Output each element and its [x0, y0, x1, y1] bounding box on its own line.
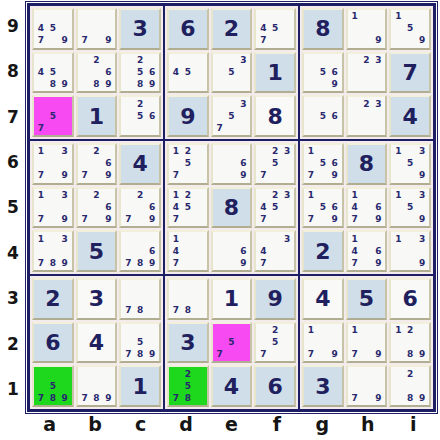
cell-i5[interactable]: 1359	[389, 187, 431, 229]
pencilmark-e8-9	[237, 78, 249, 90]
pencilmark-h2-1: 1	[349, 325, 361, 337]
cell-e2[interactable]: 57	[211, 322, 253, 364]
pencilmark-f2-3	[281, 325, 293, 337]
pencilmarks-h2: 179	[349, 325, 385, 361]
cell-e6[interactable]: 69	[211, 143, 253, 185]
cell-c5[interactable]: 2679	[119, 187, 161, 229]
pencilmark-f2-7: 7	[257, 348, 269, 360]
cell-c6[interactable]: 4	[119, 143, 161, 185]
given-digit-f8: 1	[256, 54, 294, 92]
pencilmarks-a1: 5789	[35, 368, 71, 404]
pencilmark-b5-3	[102, 190, 114, 202]
pencilmark-g7-2	[317, 98, 329, 110]
cell-h5[interactable]: 14679	[346, 187, 388, 229]
cell-b1[interactable]: 789	[76, 365, 118, 407]
cell-a8[interactable]: 4589	[32, 52, 74, 94]
pencilmarks-c2: 5789	[122, 325, 158, 361]
cell-i9[interactable]: 159	[389, 8, 431, 50]
cell-c2[interactable]: 5789	[119, 322, 161, 364]
pencilmark-i6-7	[392, 170, 404, 182]
pencilmark-c4-4	[122, 245, 134, 257]
cell-b9[interactable]: 79	[76, 8, 118, 50]
pencilmark-h8-4	[349, 67, 361, 79]
pencilmark-c2-6	[146, 337, 158, 349]
cell-d5[interactable]: 12457	[167, 187, 209, 229]
pencilmark-h7-9	[372, 122, 384, 134]
pencilmark-i2-5	[404, 337, 416, 349]
pencilmark-f4-3: 3	[281, 233, 293, 245]
pencilmark-h2-6	[372, 337, 384, 349]
pencilmarks-e6: 69	[214, 146, 250, 182]
pencilmark-b5-1	[79, 190, 91, 202]
cell-e8[interactable]: 35	[211, 52, 253, 94]
col-label-f: f	[254, 412, 299, 439]
pencilmark-d6-9	[194, 170, 206, 182]
given-digit-d7: 9	[169, 97, 207, 135]
pencilmark-g5-4	[305, 202, 317, 214]
row-label-8: 8	[0, 48, 26, 93]
pencilmark-a6-6	[59, 158, 71, 170]
cell-h3[interactable]: 5	[346, 278, 388, 320]
pencilmark-h7-8	[361, 122, 373, 134]
cell-d4[interactable]: 147	[167, 230, 209, 272]
pencilmark-a8-6	[59, 67, 71, 79]
pencilmark-g8-7	[305, 78, 317, 90]
pencilmark-c3-2	[134, 281, 146, 293]
pencilmark-d8-4: 4	[170, 67, 182, 79]
pencilmark-h1-2	[361, 368, 373, 380]
cell-c9[interactable]: 3	[119, 8, 161, 50]
pencilmark-a6-8	[47, 170, 59, 182]
pencilmark-a4-4	[35, 245, 47, 257]
pencilmark-d1-5: 5	[182, 380, 194, 392]
pencilmark-e8-7	[214, 78, 226, 90]
pencilmark-c5-5	[134, 202, 146, 214]
cell-f9[interactable]: 457	[254, 8, 296, 50]
pencilmark-a6-4	[35, 158, 47, 170]
pencilmark-d3-7: 7	[170, 305, 182, 317]
pencilmark-d8-9	[194, 78, 206, 90]
solved-digit-f7: 8	[256, 97, 294, 135]
pencilmark-b8-3	[102, 55, 114, 67]
cell-g8[interactable]: 569	[302, 52, 344, 94]
pencilmark-i4-3: 3	[416, 233, 428, 245]
pencilmark-g6-1: 1	[305, 146, 317, 158]
pencilmark-b5-9: 9	[102, 213, 114, 225]
pencilmarks-f5: 23457	[257, 190, 293, 226]
col-label-e: e	[209, 412, 254, 439]
pencilmark-h4-7: 7	[349, 257, 361, 269]
pencilmarks-a9: 4579	[35, 11, 71, 47]
pencilmark-f4-8	[269, 257, 281, 269]
pencilmark-d8-8	[182, 78, 194, 90]
pencilmark-a4-5	[47, 245, 59, 257]
pencilmark-g8-9: 9	[329, 78, 341, 90]
cell-g7[interactable]: 56	[302, 95, 344, 137]
pencilmark-a6-7: 7	[35, 170, 47, 182]
pencilmark-i1-7	[392, 392, 404, 404]
cell-c8[interactable]: 25689	[119, 52, 161, 94]
pencilmarks-b6: 2679	[79, 146, 115, 182]
cell-a5[interactable]: 1379	[32, 187, 74, 229]
col-label-a: a	[27, 412, 72, 439]
cell-f1[interactable]: 6	[254, 365, 296, 407]
pencilmark-d1-7: 7	[170, 392, 182, 404]
pencilmark-e6-6: 6	[237, 158, 249, 170]
pencilmark-c7-9	[146, 122, 158, 134]
pencilmarks-f2: 257	[257, 325, 293, 361]
pencilmark-h5-3	[372, 190, 384, 202]
pencilmarks-a8: 4589	[35, 55, 71, 91]
pencilmark-d6-6	[194, 158, 206, 170]
pencilmark-g8-4	[305, 67, 317, 79]
pencilmark-g7-7	[305, 122, 317, 134]
pencilmark-a5-9: 9	[59, 213, 71, 225]
cell-c4[interactable]: 6789	[119, 230, 161, 272]
cell-f4[interactable]: 347	[254, 230, 296, 272]
cell-d8[interactable]: 45	[167, 52, 209, 94]
pencilmark-i1-5	[404, 380, 416, 392]
pencilmarks-i9: 159	[392, 11, 428, 47]
pencilmark-g2-4	[305, 337, 317, 349]
pencilmark-c7-6: 6	[146, 110, 158, 122]
pencilmark-c4-6: 6	[146, 245, 158, 257]
solved-digit-g3: 4	[304, 280, 342, 318]
pencilmark-f5-9	[281, 213, 293, 225]
cell-a2[interactable]: 6	[32, 322, 74, 364]
pencilmark-d8-1	[170, 55, 182, 67]
pencilmark-c5-3	[146, 190, 158, 202]
cell-c1[interactable]: 1	[119, 365, 161, 407]
pencilmark-i4-6	[416, 245, 428, 257]
pencilmark-h4-8	[361, 257, 373, 269]
pencilmark-f6-9	[281, 170, 293, 182]
pencilmarks-b9: 79	[79, 11, 115, 47]
cell-b5[interactable]: 2679	[76, 187, 118, 229]
pencilmark-h8-6	[372, 67, 384, 79]
pencilmark-d1-3	[194, 368, 206, 380]
cell-d6[interactable]: 1257	[167, 143, 209, 185]
row-label-3: 3	[0, 276, 26, 321]
pencilmarks-i4: 139	[392, 233, 428, 269]
pencilmark-d8-7	[170, 78, 182, 90]
pencilmark-f4-7: 7	[257, 257, 269, 269]
pencilmark-i1-1	[392, 368, 404, 380]
pencilmark-g6-5: 5	[317, 158, 329, 170]
row-label-2: 2	[0, 321, 26, 366]
pencilmark-a6-3: 3	[59, 146, 71, 158]
cell-e3[interactable]: 1	[211, 278, 253, 320]
pencilmark-c2-8: 8	[134, 348, 146, 360]
cell-a1[interactable]: 5789	[32, 365, 74, 407]
cell-i6[interactable]: 1359	[389, 143, 431, 185]
pencilmark-c8-7	[122, 78, 134, 90]
pencilmark-d5-3	[194, 190, 206, 202]
pencilmark-a9-5: 5	[47, 23, 59, 35]
pencilmarks-d1: 2578	[170, 368, 206, 404]
sudoku-app: 987654321 457979345892689256895712566245…	[0, 0, 440, 440]
cell-d1[interactable]: 2578	[167, 365, 209, 407]
pencilmarks-c5: 2679	[122, 190, 158, 226]
pencilmarks-i6: 1359	[392, 146, 428, 182]
pencilmark-d4-2	[182, 233, 194, 245]
pencilmark-b1-6	[102, 380, 114, 392]
pencilmark-e7-5: 5	[226, 110, 238, 122]
cell-b4[interactable]: 5	[76, 230, 118, 272]
cell-i2[interactable]: 1289	[389, 322, 431, 364]
cell-f5[interactable]: 23457	[254, 187, 296, 229]
pencilmarks-c7: 256	[122, 98, 158, 134]
cell-c7[interactable]: 256	[119, 95, 161, 137]
cell-b6[interactable]: 2679	[76, 143, 118, 185]
pencilmark-g6-8	[317, 170, 329, 182]
cell-b7[interactable]: 1	[76, 95, 118, 137]
pencilmark-d5-4: 4	[170, 202, 182, 214]
pencilmark-e2-4	[214, 337, 226, 349]
col-label-b: b	[72, 412, 117, 439]
cell-h1[interactable]: 79	[346, 365, 388, 407]
cell-a7[interactable]: 57	[32, 95, 74, 137]
pencilmark-i1-2: 2	[404, 368, 416, 380]
pencilmark-c8-1	[122, 55, 134, 67]
pencilmark-f6-2: 2	[269, 146, 281, 158]
pencilmark-b6-7: 7	[79, 170, 91, 182]
pencilmark-i5-5: 5	[404, 202, 416, 214]
cell-g1[interactable]: 3	[302, 365, 344, 407]
pencilmark-f5-6	[281, 202, 293, 214]
pencilmark-h2-5	[361, 337, 373, 349]
pencilmark-c3-4	[122, 293, 134, 305]
pencilmark-i9-8	[404, 35, 416, 47]
pencilmark-a1-4	[35, 380, 47, 392]
pencilmarks-b8: 2689	[79, 55, 115, 91]
box-4: 1379267941379267926791378956789	[30, 141, 163, 274]
cell-i7[interactable]: 4	[389, 95, 431, 137]
cell-h6[interactable]: 8	[346, 143, 388, 185]
pencilmark-b8-5	[91, 67, 103, 79]
pencilmark-h8-1	[349, 55, 361, 67]
cell-h7[interactable]: 23	[346, 95, 388, 137]
pencilmark-a6-5	[47, 158, 59, 170]
pencilmark-h5-6: 6	[372, 202, 384, 214]
pencilmark-e2-3	[237, 325, 249, 337]
cell-f2[interactable]: 257	[254, 322, 296, 364]
cell-h8[interactable]: 23	[346, 52, 388, 94]
pencilmark-d3-8: 8	[182, 305, 194, 317]
pencilmarks-g2: 179	[305, 325, 341, 361]
given-digit-i8: 7	[391, 54, 429, 92]
pencilmark-h5-9: 9	[372, 213, 384, 225]
cell-f7[interactable]: 8	[254, 95, 296, 137]
cell-a9[interactable]: 4579	[32, 8, 74, 50]
pencilmark-b8-2: 2	[91, 55, 103, 67]
pencilmark-g2-2	[317, 325, 329, 337]
pencilmark-h2-9: 9	[372, 348, 384, 360]
pencilmark-d3-3	[194, 281, 206, 293]
pencilmark-c7-2: 2	[134, 98, 146, 110]
cell-g3[interactable]: 4	[302, 278, 344, 320]
pencilmark-d8-5: 5	[182, 67, 194, 79]
pencilmark-g5-3	[329, 190, 341, 202]
pencilmark-b5-6: 6	[102, 202, 114, 214]
pencilmark-e7-2	[226, 98, 238, 110]
pencilmark-d4-5	[182, 245, 194, 257]
pencilmark-i5-6	[416, 202, 428, 214]
cell-d2[interactable]: 3	[167, 322, 209, 364]
pencilmark-b6-9: 9	[102, 170, 114, 182]
given-digit-e1: 4	[213, 367, 251, 405]
pencilmark-f4-4: 4	[257, 245, 269, 257]
cell-e4[interactable]: 69	[211, 230, 253, 272]
cell-c3[interactable]: 78	[119, 278, 161, 320]
pencilmark-g6-7: 7	[305, 170, 317, 182]
pencilmarks-a5: 1379	[35, 190, 71, 226]
cell-d9[interactable]: 6	[167, 8, 209, 50]
pencilmark-c3-1	[122, 281, 134, 293]
pencilmark-e8-3: 3	[237, 55, 249, 67]
cell-g5[interactable]: 15679	[302, 187, 344, 229]
pencilmark-a8-3	[59, 55, 71, 67]
cell-f3[interactable]: 9	[254, 278, 296, 320]
pencilmark-a4-1: 1	[35, 233, 47, 245]
pencilmark-i9-9: 9	[416, 35, 428, 47]
pencilmark-b6-8	[91, 170, 103, 182]
cell-e1[interactable]: 4	[211, 365, 253, 407]
pencilmark-e6-4	[214, 158, 226, 170]
solved-digit-b2: 4	[78, 324, 116, 362]
pencilmark-a7-2	[47, 98, 59, 110]
pencilmark-g8-5: 5	[317, 67, 329, 79]
pencilmark-d5-7: 7	[170, 213, 182, 225]
pencilmark-h1-1	[349, 368, 361, 380]
pencilmark-a4-7: 7	[35, 257, 47, 269]
pencilmark-a9-1	[35, 11, 47, 23]
pencilmark-e7-4	[214, 110, 226, 122]
pencilmark-c3-8: 8	[134, 305, 146, 317]
cell-e9[interactable]: 2	[211, 8, 253, 50]
pencilmark-b9-9: 9	[102, 35, 114, 47]
pencilmark-a4-9: 9	[59, 257, 71, 269]
cell-i4[interactable]: 139	[389, 230, 431, 272]
cell-g4[interactable]: 2	[302, 230, 344, 272]
pencilmark-a6-1: 1	[35, 146, 47, 158]
pencilmark-a8-2	[47, 55, 59, 67]
cell-g9[interactable]: 8	[302, 8, 344, 50]
pencilmark-e2-6	[237, 337, 249, 349]
pencilmark-e4-5	[226, 245, 238, 257]
pencilmark-e7-1	[214, 98, 226, 110]
given-digit-f3: 9	[256, 280, 294, 318]
cell-g6[interactable]: 15679	[302, 143, 344, 185]
pencilmarks-f4: 347	[257, 233, 293, 269]
cell-d7[interactable]: 9	[167, 95, 209, 137]
cell-f6[interactable]: 2357	[254, 143, 296, 185]
pencilmark-b1-1	[79, 368, 91, 380]
cell-a4[interactable]: 13789	[32, 230, 74, 272]
cell-i8[interactable]: 7	[389, 52, 431, 94]
cell-e7[interactable]: 357	[211, 95, 253, 137]
cell-b2[interactable]: 4	[76, 322, 118, 364]
pencilmark-e7-3: 3	[237, 98, 249, 110]
pencilmark-f4-1	[257, 233, 269, 245]
pencilmark-d6-2: 2	[182, 146, 194, 158]
pencilmark-i6-3: 3	[416, 146, 428, 158]
solved-digit-e3: 1	[213, 280, 251, 318]
pencilmark-g8-1	[305, 55, 317, 67]
box-8: 7819357257257846	[165, 276, 298, 409]
pencilmark-h2-3	[372, 325, 384, 337]
pencilmark-d1-8: 8	[182, 392, 194, 404]
pencilmark-d5-1: 1	[170, 190, 182, 202]
pencilmark-f4-9	[281, 257, 293, 269]
cell-g2[interactable]: 179	[302, 322, 344, 364]
pencilmark-e4-6: 6	[237, 245, 249, 257]
cell-h9[interactable]: 19	[346, 8, 388, 50]
pencilmark-e6-2	[226, 146, 238, 158]
pencilmark-d3-2	[182, 281, 194, 293]
pencilmark-c2-7: 7	[122, 348, 134, 360]
cell-a3[interactable]: 2	[32, 278, 74, 320]
pencilmark-i9-5: 5	[404, 23, 416, 35]
pencilmark-g7-4	[305, 110, 317, 122]
cell-h4[interactable]: 14679	[346, 230, 388, 272]
pencilmark-f4-6	[281, 245, 293, 257]
pencilmark-d4-3	[194, 233, 206, 245]
cell-f8[interactable]: 1	[254, 52, 296, 94]
pencilmark-h8-7	[349, 78, 361, 90]
pencilmark-e6-1	[214, 146, 226, 158]
col-label-i: i	[391, 412, 436, 439]
cell-i3[interactable]: 6	[389, 278, 431, 320]
cell-i1[interactable]: 289	[389, 365, 431, 407]
pencilmarks-h5: 14679	[349, 190, 385, 226]
pencilmark-e4-2	[226, 233, 238, 245]
pencilmark-a1-7: 7	[35, 392, 47, 404]
pencilmark-b6-4	[79, 158, 91, 170]
pencilmark-b8-7	[79, 78, 91, 90]
cell-a6[interactable]: 1379	[32, 143, 74, 185]
pencilmark-i2-9: 9	[416, 348, 428, 360]
cell-e5[interactable]: 8	[211, 187, 253, 229]
pencilmark-a8-4: 4	[35, 67, 47, 79]
pencilmark-f2-5: 5	[269, 337, 281, 349]
pencilmark-g6-2	[317, 146, 329, 158]
pencilmark-a8-1	[35, 55, 47, 67]
pencilmarks-e4: 69	[214, 233, 250, 269]
cell-b3[interactable]: 3	[76, 278, 118, 320]
pencilmark-f2-4	[257, 337, 269, 349]
pencilmark-h2-7: 7	[349, 348, 361, 360]
pencilmark-i1-9: 9	[416, 392, 428, 404]
pencilmark-a1-6	[59, 380, 71, 392]
pencilmarks-d5: 12457	[170, 190, 206, 226]
cell-b8[interactable]: 2689	[76, 52, 118, 94]
pencilmarks-i2: 1289	[392, 325, 428, 361]
pencilmarks-d3: 78	[170, 281, 206, 317]
row-label-9: 9	[0, 3, 26, 48]
pencilmark-g6-6: 6	[329, 158, 341, 170]
cell-h2[interactable]: 179	[346, 322, 388, 364]
pencilmark-g5-6: 6	[329, 202, 341, 214]
pencilmark-e7-9	[237, 122, 249, 134]
pencilmark-h1-8	[361, 392, 373, 404]
pencilmark-f5-2: 2	[269, 190, 281, 202]
pencilmark-c8-6: 6	[146, 67, 158, 79]
pencilmark-i9-7	[392, 35, 404, 47]
sudoku-board: 4579793458926892568957125662457453519357…	[27, 3, 436, 412]
pencilmark-f2-2: 2	[269, 325, 281, 337]
cell-d3[interactable]: 78	[167, 278, 209, 320]
